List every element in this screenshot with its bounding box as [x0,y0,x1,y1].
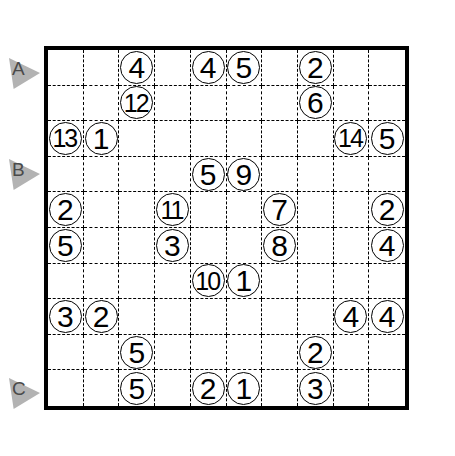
cell-r8c10[interactable]: 4 [369,299,405,335]
cell-r5c2[interactable] [84,192,120,228]
cell-r10c10[interactable] [369,370,405,406]
cell-r3c4[interactable] [155,121,191,157]
clue-number: 2 [379,195,396,225]
cell-r6c6[interactable] [227,228,263,264]
cell-r7c8[interactable] [298,264,334,300]
cell-r6c9[interactable] [334,228,370,264]
cell-r8c1[interactable]: 3 [48,299,84,335]
cell-r3c9[interactable]: 14 [334,121,370,157]
clue-number: 4 [379,231,396,261]
cell-r6c2[interactable] [84,228,120,264]
cell-r7c9[interactable] [334,264,370,300]
cell-r6c7[interactable]: 8 [262,228,298,264]
clue-circle: 1 [227,264,260,297]
cell-r10c8[interactable]: 3 [298,370,334,406]
cell-r7c6[interactable]: 1 [227,264,263,300]
clue-circle: 4 [371,300,404,333]
cell-r4c9[interactable] [334,157,370,193]
puzzle-board: 4452126131145592117253841013244525213 [44,46,409,410]
cell-r2c10[interactable] [369,86,405,122]
cell-r5c3[interactable] [119,192,155,228]
clue-number: 1 [236,374,253,404]
clue-circle: 11 [156,193,189,226]
clue-circle: 5 [192,158,225,191]
clue-circle: 5 [120,336,153,369]
clue-circle: 2 [299,51,332,84]
clue-number: 3 [57,302,74,332]
cell-r7c1[interactable] [48,264,84,300]
cell-r5c10[interactable]: 2 [369,192,405,228]
cell-r7c3[interactable] [119,264,155,300]
cell-r10c3[interactable]: 5 [119,370,155,406]
cell-r10c4[interactable] [155,370,191,406]
cell-r7c10[interactable] [369,264,405,300]
cell-r9c2[interactable] [84,335,120,371]
clue-number: 7 [271,195,288,225]
cell-r4c3[interactable] [119,157,155,193]
cell-r4c2[interactable] [84,157,120,193]
clue-number: 5 [128,338,145,368]
cell-r1c7[interactable] [262,50,298,86]
clue-circle: 6 [299,86,332,119]
arrow-label-c: C [12,379,26,398]
cell-r4c7[interactable] [262,157,298,193]
cell-r10c6[interactable]: 1 [227,370,263,406]
clue-number: 11 [160,198,182,223]
cell-r1c1[interactable] [48,50,84,86]
clue-number: 5 [236,53,253,83]
clue-number: 4 [128,53,145,83]
cell-r2c7[interactable] [262,86,298,122]
clue-number: 2 [93,302,110,332]
clue-circle: 4 [371,229,404,262]
cell-r5c6[interactable] [227,192,263,228]
answer-row-marker-a: A [9,58,40,89]
clue-circle: 5 [49,229,82,262]
clue-number: 2 [200,374,217,404]
clue-circle: 7 [263,193,296,226]
cell-r1c6[interactable]: 5 [227,50,263,86]
clue-circle: 1 [227,372,260,405]
cell-r10c9[interactable] [334,370,370,406]
cell-r3c7[interactable] [262,121,298,157]
cell-r3c6[interactable] [227,121,263,157]
cell-r8c9[interactable]: 4 [334,299,370,335]
cell-r2c4[interactable] [155,86,191,122]
cell-r8c7[interactable] [262,299,298,335]
cell-r1c4[interactable] [155,50,191,86]
cell-r6c10[interactable]: 4 [369,228,405,264]
cell-r5c8[interactable] [298,192,334,228]
cell-r3c3[interactable] [119,121,155,157]
cell-r7c4[interactable] [155,264,191,300]
cell-r2c2[interactable] [84,86,120,122]
cell-r8c8[interactable] [298,299,334,335]
clue-number: 4 [343,302,360,332]
clue-number: 12 [124,91,148,116]
cell-r9c5[interactable] [191,335,227,371]
cell-r2c1[interactable] [48,86,84,122]
clue-number: 2 [57,195,74,225]
cell-r3c5[interactable] [191,121,227,157]
clue-number: 4 [379,302,396,332]
clue-number: 5 [128,374,145,404]
clue-circle: 5 [227,51,260,84]
cell-r4c5[interactable]: 5 [191,157,227,193]
arrow-label-a: A [12,59,25,78]
cell-r1c3[interactable]: 4 [119,50,155,86]
cell-r5c4[interactable]: 11 [155,192,191,228]
cell-r8c2[interactable]: 2 [84,299,120,335]
clue-number: 1 [236,266,253,296]
clue-circle: 12 [120,86,153,119]
clue-circle: 5 [120,372,153,405]
clue-number: 5 [200,160,217,190]
clue-circle: 3 [156,229,189,262]
clue-circle: 1 [85,122,118,155]
cell-r9c6[interactable] [227,335,263,371]
clue-number: 2 [307,338,324,368]
cell-r5c9[interactable] [334,192,370,228]
cell-r3c2[interactable]: 1 [84,121,120,157]
cell-r5c5[interactable] [191,192,227,228]
cell-r2c6[interactable] [227,86,263,122]
cell-r4c1[interactable] [48,157,84,193]
clue-circle: 8 [263,229,296,262]
cell-r3c10[interactable]: 5 [369,121,405,157]
clue-circle: 3 [299,372,332,405]
clue-number: 5 [379,124,396,154]
cell-r10c2[interactable] [84,370,120,406]
clue-number: 14 [338,126,362,151]
cell-r6c3[interactable] [119,228,155,264]
clue-circle: 13 [49,122,82,155]
cell-r2c3[interactable]: 12 [119,86,155,122]
cell-r1c8[interactable]: 2 [298,50,334,86]
cell-r4c6[interactable]: 9 [227,157,263,193]
clue-circle: 2 [192,372,225,405]
clue-number: 8 [271,231,288,261]
cell-r4c8[interactable] [298,157,334,193]
clue-number: 13 [52,126,76,151]
clue-circle: 9 [227,158,260,191]
clue-circle: 4 [192,51,225,84]
cell-r2c9[interactable] [334,86,370,122]
clue-circle: 14 [334,122,367,155]
clue-circle: 4 [120,51,153,84]
cell-r1c10[interactable] [369,50,405,86]
clue-circle: 3 [49,300,82,333]
cell-r8c5[interactable] [191,299,227,335]
puzzle-page: A B C 4452126131145592117253841013244525… [0,0,455,456]
cell-r7c5[interactable]: 10 [191,264,227,300]
cell-r10c5[interactable]: 2 [191,370,227,406]
clue-circle: 5 [371,122,404,155]
cell-r2c8[interactable]: 6 [298,86,334,122]
clue-circle: 2 [371,193,404,226]
cell-r1c9[interactable] [334,50,370,86]
clue-circle: 2 [49,193,82,226]
cell-r2c5[interactable] [191,86,227,122]
clue-number: 6 [307,88,324,118]
clue-number: 3 [307,374,324,404]
cell-r1c5[interactable]: 4 [191,50,227,86]
clue-number: 10 [195,269,219,294]
cell-r9c7[interactable] [262,335,298,371]
cell-r8c3[interactable] [119,299,155,335]
cell-r8c4[interactable] [155,299,191,335]
cell-r9c8[interactable]: 2 [298,335,334,371]
clue-circle: 2 [299,336,332,369]
clue-number: 3 [164,231,181,261]
cell-r6c1[interactable]: 5 [48,228,84,264]
answer-row-marker-b: B [9,159,40,190]
clue-circle: 4 [334,300,367,333]
cell-r7c2[interactable] [84,264,120,300]
clue-number: 2 [307,53,324,83]
clue-number: 1 [93,124,110,154]
cell-r9c9[interactable] [334,335,370,371]
clue-number: 4 [200,53,217,83]
cell-r9c10[interactable] [369,335,405,371]
cell-r9c4[interactable] [155,335,191,371]
clue-number: 9 [236,160,253,190]
cell-r10c1[interactable] [48,370,84,406]
cell-r3c1[interactable]: 13 [48,121,84,157]
cell-r6c5[interactable] [191,228,227,264]
cell-r4c10[interactable] [369,157,405,193]
cell-r9c1[interactable] [48,335,84,371]
answer-row-marker-c: C [9,378,40,409]
cell-r8c6[interactable] [227,299,263,335]
cell-r9c3[interactable]: 5 [119,335,155,371]
cell-r1c2[interactable] [84,50,120,86]
cell-r3c8[interactable] [298,121,334,157]
clue-circle: 2 [85,300,118,333]
cell-r5c7[interactable]: 7 [262,192,298,228]
cell-r5c1[interactable]: 2 [48,192,84,228]
cell-r7c7[interactable] [262,264,298,300]
clue-circle: 10 [192,264,225,297]
cell-r6c8[interactable] [298,228,334,264]
arrow-label-b: B [12,160,25,179]
cell-r10c7[interactable] [262,370,298,406]
cell-r6c4[interactable]: 3 [155,228,191,264]
clue-number: 5 [57,231,74,261]
cell-r4c4[interactable] [155,157,191,193]
